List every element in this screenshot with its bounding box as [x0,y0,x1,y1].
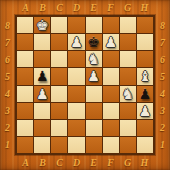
square-h7[interactable] [137,34,153,50]
square-d6[interactable] [68,51,84,67]
file-label-b: B [34,0,51,15]
square-e7[interactable]: ♚ [86,34,102,50]
file-label-c: C [51,155,68,170]
square-d3[interactable] [68,103,84,119]
rank-label-1: 1 [0,136,15,153]
square-e5[interactable]: ♟ [86,68,102,84]
square-f1[interactable] [103,137,119,153]
white-pawn[interactable]: ♟ [139,104,152,118]
square-e6[interactable]: ♞ [86,51,102,67]
rank-label-8: 8 [155,17,170,34]
square-a8[interactable] [17,17,33,33]
file-label-f: F [102,155,119,170]
square-d7[interactable]: ♟ [68,34,84,50]
square-a3[interactable] [17,103,33,119]
white-pawn[interactable]: ♟ [36,87,49,101]
square-g4[interactable]: ♞ [120,86,136,102]
white-knight[interactable]: ♞ [87,52,100,66]
rank-label-7: 7 [0,34,15,51]
square-d4[interactable] [68,86,84,102]
square-h2[interactable] [137,120,153,136]
file-label-e: E [85,0,102,15]
square-b6[interactable] [34,51,50,67]
rank-label-8: 8 [0,17,15,34]
file-label-f: F [102,0,119,15]
file-label-a: A [17,0,34,15]
square-e2[interactable] [86,120,102,136]
white-king[interactable]: ♚ [36,18,49,32]
chess-board: ♚♟♚♟♞♟♟♝♟♞♟♟ [15,15,155,155]
rank-label-6: 6 [0,51,15,68]
rank-label-3: 3 [0,102,15,119]
square-c6[interactable] [51,51,67,67]
white-bishop[interactable]: ♝ [139,69,152,83]
square-g6[interactable] [120,51,136,67]
file-label-d: D [68,0,85,15]
square-b7[interactable] [34,34,50,50]
square-h1[interactable] [137,137,153,153]
file-label-e: E [85,155,102,170]
square-h3[interactable]: ♟ [137,103,153,119]
white-pawn[interactable]: ♟ [104,35,117,49]
square-d1[interactable] [68,137,84,153]
square-f4[interactable] [103,86,119,102]
file-labels-top: ABCDEFGH [17,0,153,15]
rank-label-2: 2 [0,119,15,136]
rank-label-1: 1 [155,136,170,153]
square-e1[interactable] [86,137,102,153]
square-b2[interactable] [34,120,50,136]
rank-label-7: 7 [155,34,170,51]
square-c3[interactable] [51,103,67,119]
square-a2[interactable] [17,120,33,136]
rank-label-4: 4 [0,85,15,102]
file-labels-bottom: ABCDEFGH [17,155,153,170]
square-f6[interactable] [103,51,119,67]
square-g3[interactable] [120,103,136,119]
square-a6[interactable] [17,51,33,67]
square-c7[interactable] [51,34,67,50]
square-d8[interactable] [68,17,84,33]
rank-label-6: 6 [155,51,170,68]
rank-labels-left: 87654321 [0,17,15,153]
rank-label-4: 4 [155,85,170,102]
square-f2[interactable] [103,120,119,136]
square-g8[interactable] [120,17,136,33]
square-b4[interactable]: ♟ [34,86,50,102]
square-c1[interactable] [51,137,67,153]
square-g7[interactable] [120,34,136,50]
rank-label-3: 3 [155,102,170,119]
square-e4[interactable] [86,86,102,102]
rank-label-5: 5 [155,68,170,85]
square-d2[interactable] [68,120,84,136]
square-h6[interactable] [137,51,153,67]
square-f7[interactable]: ♟ [103,34,119,50]
square-f5[interactable] [103,68,119,84]
file-label-h: H [136,0,153,15]
square-f3[interactable] [103,103,119,119]
square-c2[interactable] [51,120,67,136]
file-label-a: A [17,155,34,170]
square-g5[interactable] [120,68,136,84]
file-label-d: D [68,155,85,170]
square-e3[interactable] [86,103,102,119]
square-c5[interactable] [51,68,67,84]
square-h8[interactable] [137,17,153,33]
square-h5[interactable]: ♝ [137,68,153,84]
white-knight[interactable]: ♞ [122,87,135,101]
white-pawn[interactable]: ♟ [87,69,100,83]
square-g2[interactable] [120,120,136,136]
black-pawn[interactable]: ♟ [36,69,49,83]
square-e8[interactable] [86,17,102,33]
square-a7[interactable] [17,34,33,50]
white-pawn[interactable]: ♟ [70,35,83,49]
rank-labels-right: 87654321 [155,17,170,153]
rank-label-5: 5 [0,68,15,85]
square-d5[interactable] [68,68,84,84]
file-label-g: G [119,0,136,15]
file-label-h: H [136,155,153,170]
square-b1[interactable] [34,137,50,153]
file-label-b: B [34,155,51,170]
square-h4[interactable]: ♟ [137,86,153,102]
square-f8[interactable] [103,17,119,33]
square-c4[interactable] [51,86,67,102]
square-b5[interactable]: ♟ [34,68,50,84]
square-a4[interactable] [17,86,33,102]
file-label-g: G [119,155,136,170]
square-b3[interactable] [34,103,50,119]
file-label-c: C [51,0,68,15]
black-king[interactable]: ♚ [87,35,100,49]
square-c8[interactable] [51,17,67,33]
square-b8[interactable]: ♚ [34,17,50,33]
square-a5[interactable] [17,68,33,84]
square-a1[interactable] [17,137,33,153]
black-pawn[interactable]: ♟ [139,87,152,101]
board-frame: ABCDEFGH 87654321 87654321 ABCDEFGH ♚♟♚♟… [0,0,170,170]
rank-label-2: 2 [155,119,170,136]
square-g1[interactable] [120,137,136,153]
